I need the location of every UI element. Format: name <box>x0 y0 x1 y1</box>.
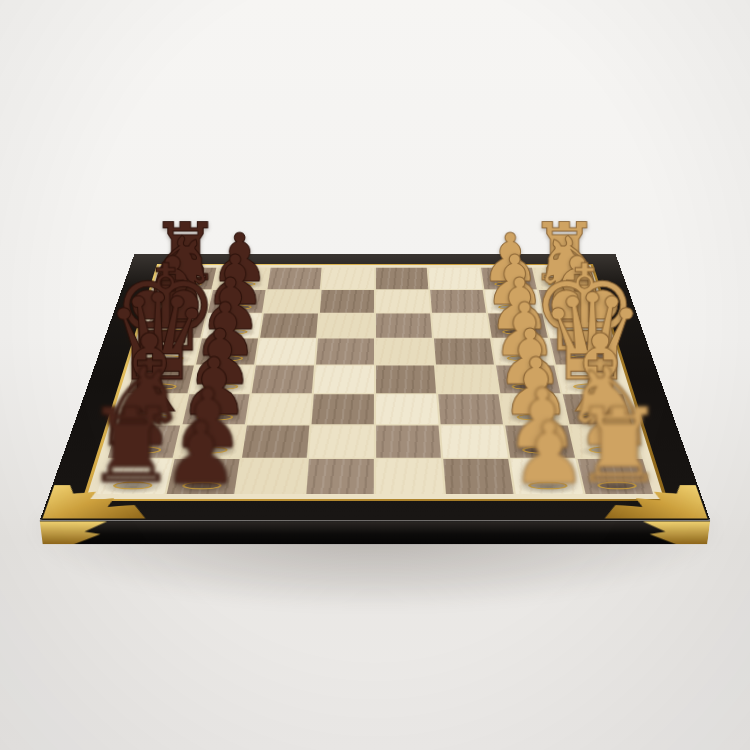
square-e5 <box>316 339 374 365</box>
board-front-edge <box>40 520 711 544</box>
square-a6 <box>237 459 307 494</box>
square-a8: ♜ <box>97 459 173 494</box>
square-h4 <box>376 268 428 289</box>
square-b3 <box>441 425 508 457</box>
square-b5 <box>309 425 374 457</box>
square-d3 <box>436 365 498 393</box>
square-e6 <box>256 339 316 365</box>
square-a7: ♟ <box>167 459 240 494</box>
square-e3 <box>434 339 494 365</box>
square-f3 <box>432 313 490 337</box>
square-e4 <box>376 339 434 365</box>
piece-white-rook: ♜ <box>573 400 665 492</box>
square-c6 <box>247 394 312 424</box>
square-a1: ♜ <box>578 459 654 494</box>
square-d5 <box>314 365 374 393</box>
square-c3 <box>438 394 503 424</box>
square-f6 <box>260 313 318 337</box>
square-f4 <box>376 313 432 337</box>
piece-black-rook: ♜ <box>85 400 177 492</box>
chess-board: ♜♟♟♜♞♟♟♞♝♟♟♝♚♟♟♚♛♟♟♛♝♟♟♝♞♟♟♞♜♟♟♜ <box>40 254 711 521</box>
brass-edge-wrap-right-icon <box>629 521 710 544</box>
square-g6 <box>264 290 320 313</box>
brass-inlay-border: ♜♟♟♜♞♟♟♞♝♟♟♝♚♟♟♚♛♟♟♛♝♟♟♝♞♟♟♞♜♟♟♜ <box>82 264 668 501</box>
square-f5 <box>318 313 374 337</box>
square-c5 <box>312 394 374 424</box>
square-b4 <box>376 425 441 457</box>
square-g3 <box>430 290 486 313</box>
cream-border-strip: ♜♟♟♜♞♟♟♞♝♟♟♝♚♟♟♚♛♟♟♛♝♟♟♝♞♟♟♞♜♟♟♜ <box>86 265 664 499</box>
square-d6 <box>252 365 314 393</box>
square-g4 <box>376 290 430 313</box>
square-b6 <box>242 425 309 457</box>
square-g5 <box>320 290 374 313</box>
square-a4 <box>376 459 444 494</box>
brass-edge-wrap-left-icon <box>40 521 121 544</box>
square-c4 <box>376 394 438 424</box>
square-a3 <box>443 459 513 494</box>
studio-scene: ♜♟♟♜♞♟♟♞♝♟♟♝♚♟♟♚♛♟♟♛♝♟♟♝♞♟♟♞♜♟♟♜ <box>0 0 750 750</box>
square-h5 <box>322 268 374 289</box>
board-grid: ♜♟♟♜♞♟♟♞♝♟♟♝♚♟♟♚♛♟♟♛♝♟♟♝♞♟♟♞♜♟♟♜ <box>97 268 653 494</box>
square-a5 <box>306 459 374 494</box>
square-h3 <box>428 268 482 289</box>
square-h6 <box>267 268 321 289</box>
square-d4 <box>376 365 436 393</box>
